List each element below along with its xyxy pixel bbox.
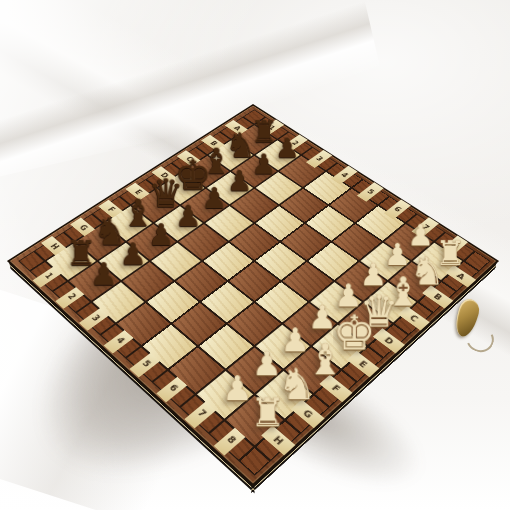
rank-label-text: 4 [331, 166, 357, 185]
file-label-text: H [261, 425, 295, 455]
file-label-text: D [373, 328, 405, 353]
rank-label-text: 2 [282, 134, 308, 151]
piece-dark-pawn: ♟ [144, 221, 179, 249]
file-label-text: G [291, 400, 325, 429]
file-label-text: B [201, 135, 227, 152]
rank-label-text: 3 [306, 150, 332, 168]
file-label-text: C [398, 306, 430, 330]
file-label-text: F [319, 375, 352, 403]
rank-label-text: 2 [55, 285, 87, 309]
piece-light-pawn: ♟ [330, 281, 367, 311]
file-label-text: B [422, 285, 453, 308]
rank-label-text: 1 [259, 120, 285, 137]
rank-label-text: 5 [357, 182, 384, 201]
rank-label-text: 7 [185, 399, 219, 428]
file-label-text: E [346, 351, 379, 377]
file-label-text: H [41, 236, 68, 257]
file-label-text: A [445, 265, 476, 288]
